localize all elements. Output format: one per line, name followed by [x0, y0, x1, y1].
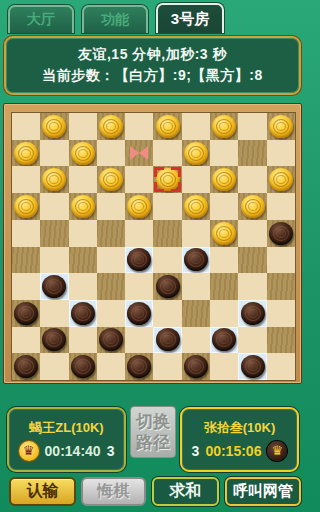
black-piece[interactable] [127, 355, 151, 378]
black-piece[interactable] [71, 302, 95, 325]
board-cell-r0c8[interactable] [238, 113, 266, 140]
board-cell-r2c1[interactable] [40, 166, 68, 193]
black-piece[interactable] [156, 328, 180, 351]
tab-2[interactable]: 功能 [82, 5, 148, 33]
player-panel-black: 张拾叁(10K) 3 00:15:06 ♛ [180, 407, 299, 472]
black-piece[interactable] [212, 328, 236, 351]
board-cell-r2c7[interactable] [210, 166, 238, 193]
tab-bar: 大厅功能3号房 [8, 5, 224, 33]
board-cell-r2c3[interactable] [97, 166, 125, 193]
board-cell-r8c9[interactable] [267, 327, 295, 354]
board-cell-r1c0[interactable] [12, 140, 40, 167]
board-cell-r8c1[interactable] [40, 327, 68, 354]
board-cell-r5c7[interactable] [210, 247, 238, 274]
game-rules-text: 友谊,15 分钟,加秒:3 秒 [78, 46, 227, 64]
black-piece[interactable] [241, 355, 265, 378]
white-piece[interactable] [156, 115, 180, 138]
black-piece[interactable] [71, 355, 95, 378]
board-cell-r9c7[interactable] [210, 353, 238, 380]
white-clock: 00:14:40 [45, 443, 101, 459]
draw-offer-button[interactable]: 求和 [152, 477, 219, 506]
board-cell-r2c6[interactable] [182, 166, 210, 193]
board-cell-r7c6[interactable] [182, 300, 210, 327]
board-cell-r4c7[interactable] [210, 220, 238, 247]
board-cell-r5c9[interactable] [267, 247, 295, 274]
last-move-marker-icon [130, 146, 148, 160]
white-piece[interactable] [269, 115, 293, 138]
undo-button[interactable]: 悔棋 [81, 477, 146, 506]
board-cell-r3c6[interactable] [182, 193, 210, 220]
board-cell-r8c6[interactable] [182, 327, 210, 354]
board-cell-r0c0[interactable] [12, 113, 40, 140]
board-cell-r6c2[interactable] [69, 273, 97, 300]
white-piece[interactable] [269, 168, 293, 191]
white-piece[interactable] [241, 195, 265, 218]
board-cell-r0c5[interactable] [153, 113, 181, 140]
black-increment: 3 [192, 443, 200, 459]
white-piece[interactable] [99, 168, 123, 191]
black-piece[interactable] [184, 248, 208, 271]
board-cell-r2c9[interactable] [267, 166, 295, 193]
white-piece[interactable] [212, 168, 236, 191]
white-piece[interactable] [99, 115, 123, 138]
board-cell-r5c3[interactable] [97, 247, 125, 274]
board-cell-r5c0[interactable] [12, 247, 40, 274]
board-cell-r9c9[interactable] [267, 353, 295, 380]
black-piece[interactable] [99, 328, 123, 351]
white-piece[interactable] [156, 168, 180, 191]
board-cell-r8c0[interactable] [12, 327, 40, 354]
board-cell-r6c1[interactable] [40, 273, 68, 300]
white-piece[interactable] [212, 222, 236, 245]
board-cell-r3c1[interactable] [40, 193, 68, 220]
board-cell-r6c3[interactable] [97, 273, 125, 300]
board-cell-r8c7[interactable] [210, 327, 238, 354]
move-count-text: 当前步数：【白方】:9;【黑方】:8 [42, 67, 263, 85]
board-cell-r3c0[interactable] [12, 193, 40, 220]
black-piece[interactable] [269, 222, 293, 245]
board-cell-r7c4[interactable] [125, 300, 153, 327]
board-frame [3, 103, 302, 384]
white-piece[interactable] [42, 115, 66, 138]
board-cell-r7c9[interactable] [267, 300, 295, 327]
game-info-panel: 友谊,15 分钟,加秒:3 秒 当前步数：【白方】:9;【黑方】:8 [4, 36, 301, 95]
board-cell-r5c1[interactable] [40, 247, 68, 274]
white-piece[interactable] [71, 142, 95, 165]
board-cell-r9c3[interactable] [97, 353, 125, 380]
black-piece[interactable] [184, 355, 208, 378]
white-piece[interactable] [212, 115, 236, 138]
board-cell-r0c2[interactable] [69, 113, 97, 140]
white-increment: 3 [107, 443, 115, 459]
board-cell-r9c0[interactable] [12, 353, 40, 380]
board-cell-r5c2[interactable] [69, 247, 97, 274]
board-cell-r1c4[interactable] [125, 140, 153, 167]
board-cell-r1c9[interactable] [267, 140, 295, 167]
white-piece[interactable] [71, 195, 95, 218]
board-cell-r8c8[interactable] [238, 327, 266, 354]
action-bar: 认输悔棋求和呼叫网管 [0, 477, 307, 507]
tab-3[interactable]: 3号房 [156, 3, 224, 33]
white-piece[interactable] [127, 195, 151, 218]
board-cell-r9c6[interactable] [182, 353, 210, 380]
board-cell-r5c6[interactable] [182, 247, 210, 274]
board-cell-r5c4[interactable] [125, 247, 153, 274]
board-cell-r1c3[interactable] [97, 140, 125, 167]
board-cell-r9c4[interactable] [125, 353, 153, 380]
black-clock: 00:15:06 [205, 443, 261, 459]
board-cell-r3c9[interactable] [267, 193, 295, 220]
board-cell-r9c5[interactable] [153, 353, 181, 380]
board-cell-r4c1[interactable] [40, 220, 68, 247]
resign-button[interactable]: 认输 [9, 477, 76, 506]
board-cell-r3c7[interactable] [210, 193, 238, 220]
board-cell-r2c5[interactable] [153, 166, 181, 193]
board-cell-r4c3[interactable] [97, 220, 125, 247]
black-piece[interactable] [42, 328, 66, 351]
checkers-board [11, 112, 296, 381]
board-cell-r5c8[interactable] [238, 247, 266, 274]
board-cell-r9c8[interactable] [238, 353, 266, 380]
board-cell-r1c6[interactable] [182, 140, 210, 167]
white-piece[interactable] [42, 168, 66, 191]
white-piece[interactable] [14, 195, 38, 218]
board-cell-r8c4[interactable] [125, 327, 153, 354]
black-piece[interactable] [241, 302, 265, 325]
board-cell-r0c7[interactable] [210, 113, 238, 140]
white-piece[interactable] [184, 195, 208, 218]
white-crown-icon: ♛ [19, 441, 39, 461]
board-cell-r7c7[interactable] [210, 300, 238, 327]
board-cell-r6c4[interactable] [125, 273, 153, 300]
board-cell-r3c4[interactable] [125, 193, 153, 220]
board-cell-r2c4[interactable] [125, 166, 153, 193]
board-cell-r6c7[interactable] [210, 273, 238, 300]
board-cell-r0c6[interactable] [182, 113, 210, 140]
white-player-name: 蝎王ZL(10K) [29, 419, 103, 437]
board-cell-r4c0[interactable] [12, 220, 40, 247]
board-cell-r4c4[interactable] [125, 220, 153, 247]
black-piece[interactable] [14, 355, 38, 378]
board-cell-r8c3[interactable] [97, 327, 125, 354]
board-cell-r6c0[interactable] [12, 273, 40, 300]
board-cell-r1c2[interactable] [69, 140, 97, 167]
board-cell-r4c6[interactable] [182, 220, 210, 247]
board-cell-r1c5[interactable] [153, 140, 181, 167]
board-cell-r8c2[interactable] [69, 327, 97, 354]
board-cell-r8c5[interactable] [153, 327, 181, 354]
board-cell-r0c1[interactable] [40, 113, 68, 140]
board-cell-r1c8[interactable] [238, 140, 266, 167]
board-cell-r3c2[interactable] [69, 193, 97, 220]
black-piece[interactable] [156, 275, 180, 298]
board-cell-r3c8[interactable] [238, 193, 266, 220]
board-cell-r1c1[interactable] [40, 140, 68, 167]
tab-1[interactable]: 大厅 [8, 5, 74, 33]
board-cell-r9c2[interactable] [69, 353, 97, 380]
white-piece[interactable] [14, 142, 38, 165]
board-cell-r7c1[interactable] [40, 300, 68, 327]
board-cell-r0c9[interactable] [267, 113, 295, 140]
call-admin-button[interactable]: 呼叫网管 [225, 477, 301, 506]
board-cell-r6c6[interactable] [182, 273, 210, 300]
board-cell-r7c0[interactable] [12, 300, 40, 327]
board-cell-r3c3[interactable] [97, 193, 125, 220]
board-cell-r5c5[interactable] [153, 247, 181, 274]
board-cell-r0c4[interactable] [125, 113, 153, 140]
switch-path-button[interactable]: 切换路径 [130, 406, 176, 458]
board-cell-r0c3[interactable] [97, 113, 125, 140]
black-piece[interactable] [14, 302, 38, 325]
black-player-name: 张拾叁(10K) [204, 419, 276, 437]
board-cell-r4c8[interactable] [238, 220, 266, 247]
black-piece[interactable] [127, 302, 151, 325]
board-cell-r6c8[interactable] [238, 273, 266, 300]
board-cell-r4c9[interactable] [267, 220, 295, 247]
board-cell-r4c2[interactable] [69, 220, 97, 247]
board-cell-r6c9[interactable] [267, 273, 295, 300]
white-piece[interactable] [184, 142, 208, 165]
board-cell-r7c3[interactable] [97, 300, 125, 327]
board-cell-r2c2[interactable] [69, 166, 97, 193]
player-panel-white: 蝎王ZL(10K) ♛ 00:14:40 3 [7, 407, 126, 472]
black-piece[interactable] [127, 248, 151, 271]
board-cell-r9c1[interactable] [40, 353, 68, 380]
board-cell-r4c5[interactable] [153, 220, 181, 247]
board-cell-r2c8[interactable] [238, 166, 266, 193]
board-cell-r7c8[interactable] [238, 300, 266, 327]
black-crown-icon: ♛ [267, 441, 287, 461]
board-cell-r1c7[interactable] [210, 140, 238, 167]
board-cell-r2c0[interactable] [12, 166, 40, 193]
board-cell-r7c5[interactable] [153, 300, 181, 327]
board-cell-r3c5[interactable] [153, 193, 181, 220]
board-cell-r7c2[interactable] [69, 300, 97, 327]
board-cell-r6c5[interactable] [153, 273, 181, 300]
black-piece[interactable] [42, 275, 66, 298]
